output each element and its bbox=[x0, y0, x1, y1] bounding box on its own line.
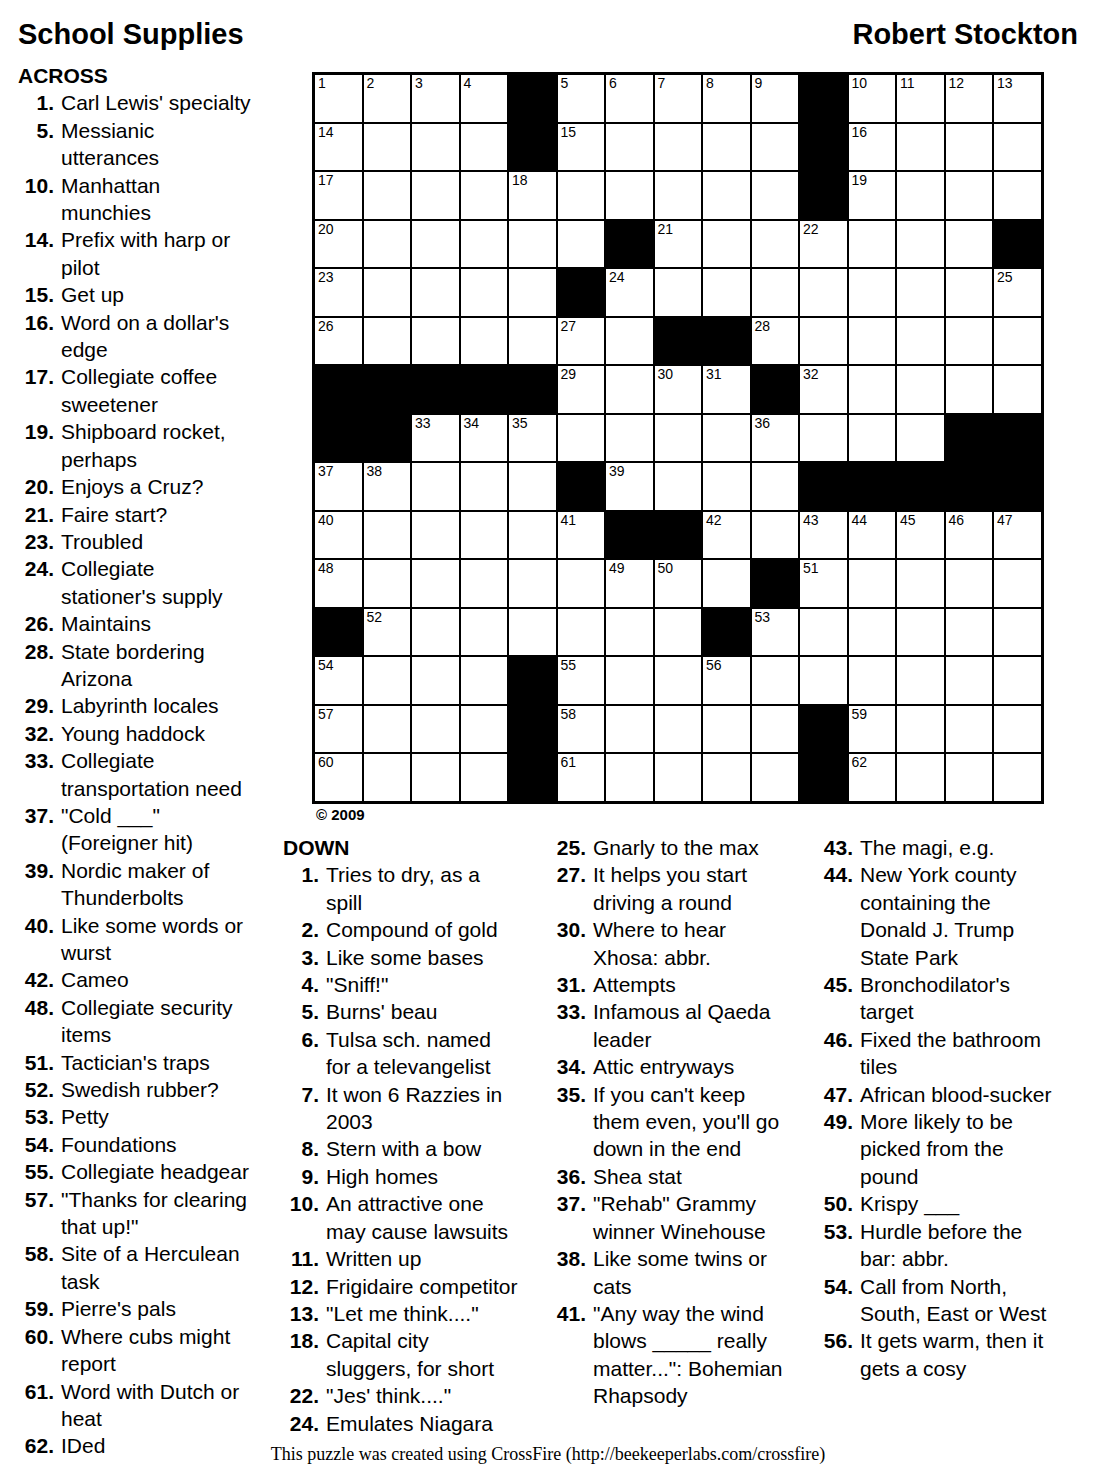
grid-cell[interactable]: 32 bbox=[800, 366, 847, 413]
down-clue-list-3: 43.The magi, e.g.44.New York county cont… bbox=[817, 834, 1095, 1382]
grid-cell[interactable] bbox=[752, 754, 799, 801]
grid-cell[interactable]: 35 bbox=[509, 415, 556, 462]
grid-cell[interactable] bbox=[606, 172, 653, 219]
clue-down-4: 4."Sniff!" bbox=[283, 971, 547, 998]
grid-cell[interactable]: 41 bbox=[558, 512, 605, 559]
grid-cell[interactable]: 9 bbox=[752, 75, 799, 122]
cell-number: 36 bbox=[755, 416, 771, 431]
grid-cell[interactable]: 28 bbox=[752, 318, 799, 365]
clue-across-58: 58.Site of a Herculean task bbox=[18, 1240, 284, 1295]
grid-cell[interactable]: 1 bbox=[315, 75, 362, 122]
crossword-grid: 1234567891011121314151617181920212223242… bbox=[312, 72, 1044, 804]
black-cell bbox=[849, 463, 896, 510]
clue-down-38: 38.Like some twins or cats bbox=[550, 1245, 816, 1300]
clue-number: 14. bbox=[18, 226, 54, 253]
clue-text: Word on a dollar's edge bbox=[61, 309, 229, 364]
grid-cell[interactable] bbox=[946, 657, 993, 704]
grid-cell[interactable] bbox=[897, 366, 944, 413]
grid-cell[interactable] bbox=[655, 124, 702, 171]
grid-cell[interactable] bbox=[703, 415, 750, 462]
clue-text: Foundations bbox=[61, 1131, 177, 1158]
clue-number: 5. bbox=[283, 998, 319, 1025]
down-clue-column-3: 43.The magi, e.g.44.New York county cont… bbox=[817, 834, 1095, 1382]
grid-cell[interactable] bbox=[364, 657, 411, 704]
cell-number: 42 bbox=[706, 513, 722, 528]
grid-cell[interactable] bbox=[703, 124, 750, 171]
grid-cell[interactable] bbox=[364, 560, 411, 607]
grid-cell[interactable] bbox=[897, 415, 944, 462]
clue-down-12: 12.Frigidaire competitor bbox=[283, 1273, 547, 1300]
grid-cell[interactable] bbox=[412, 706, 459, 753]
grid-cell[interactable]: 8 bbox=[703, 75, 750, 122]
grid-cell[interactable] bbox=[752, 463, 799, 510]
grid-cell[interactable]: 10 bbox=[849, 75, 896, 122]
grid-cell[interactable]: 58 bbox=[558, 706, 605, 753]
grid-cell[interactable] bbox=[655, 415, 702, 462]
grid-cell[interactable] bbox=[364, 172, 411, 219]
clue-number: 17. bbox=[18, 363, 54, 390]
clue-text: An attractive one may cause lawsuits bbox=[326, 1190, 508, 1245]
grid-cell[interactable]: 15 bbox=[558, 124, 605, 171]
grid-cell[interactable]: 21 bbox=[655, 221, 702, 268]
grid-cell[interactable]: 46 bbox=[946, 512, 993, 559]
cell-number: 10 bbox=[852, 76, 868, 91]
clue-down-7: 7.It won 6 Razzies in 2003 bbox=[283, 1081, 547, 1136]
grid-cell[interactable] bbox=[994, 706, 1041, 753]
grid-cell[interactable] bbox=[994, 609, 1041, 656]
cell-number: 46 bbox=[949, 513, 965, 528]
grid-cell[interactable]: 11 bbox=[897, 75, 944, 122]
grid-cell[interactable]: 54 bbox=[315, 657, 362, 704]
grid-cell[interactable]: 13 bbox=[994, 75, 1041, 122]
clue-number: 28. bbox=[18, 638, 54, 665]
grid-cell[interactable]: 47 bbox=[994, 512, 1041, 559]
grid-cell[interactable] bbox=[655, 754, 702, 801]
black-cell bbox=[364, 415, 411, 462]
grid-cell[interactable] bbox=[994, 172, 1041, 219]
grid-cell[interactable] bbox=[461, 269, 508, 316]
grid-cell[interactable]: 42 bbox=[703, 512, 750, 559]
clue-number: 37. bbox=[18, 802, 54, 829]
grid-cell[interactable]: 52 bbox=[364, 609, 411, 656]
grid-cell[interactable]: 40 bbox=[315, 512, 362, 559]
clue-text: Written up bbox=[326, 1245, 421, 1272]
clue-across-19: 19.Shipboard rocket, perhaps bbox=[18, 418, 284, 473]
grid-cell[interactable]: 19 bbox=[849, 172, 896, 219]
clue-number: 7. bbox=[283, 1081, 319, 1108]
grid-cell[interactable]: 20 bbox=[315, 221, 362, 268]
grid-cell[interactable]: 33 bbox=[412, 415, 459, 462]
grid-cell[interactable] bbox=[897, 318, 944, 365]
grid-cell[interactable] bbox=[364, 269, 411, 316]
black-cell bbox=[994, 221, 1041, 268]
grid-cell[interactable] bbox=[800, 269, 847, 316]
clue-text: Infamous al Qaeda leader bbox=[593, 998, 770, 1053]
grid-cell[interactable] bbox=[509, 512, 556, 559]
cell-number: 16 bbox=[852, 125, 868, 140]
grid-cell[interactable]: 25 bbox=[994, 269, 1041, 316]
grid-cell[interactable] bbox=[897, 269, 944, 316]
clue-number: 55. bbox=[18, 1158, 54, 1185]
clue-text: Fixed the bathroom tiles bbox=[860, 1026, 1041, 1081]
black-cell bbox=[606, 221, 653, 268]
clue-text: "Cold ___" (Foreigner hit) bbox=[61, 802, 193, 857]
grid-cell[interactable] bbox=[364, 754, 411, 801]
grid-cell[interactable] bbox=[509, 318, 556, 365]
grid-cell[interactable] bbox=[703, 269, 750, 316]
grid-cell[interactable] bbox=[946, 366, 993, 413]
grid-cell[interactable] bbox=[946, 754, 993, 801]
cell-number: 59 bbox=[852, 707, 868, 722]
grid-cell[interactable] bbox=[606, 609, 653, 656]
grid-cell[interactable] bbox=[606, 124, 653, 171]
black-cell bbox=[752, 560, 799, 607]
grid-cell[interactable] bbox=[897, 706, 944, 753]
grid-cell[interactable] bbox=[703, 172, 750, 219]
grid-cell[interactable]: 61 bbox=[558, 754, 605, 801]
grid-cell[interactable]: 44 bbox=[849, 512, 896, 559]
grid-cell[interactable] bbox=[849, 609, 896, 656]
grid-cell[interactable]: 57 bbox=[315, 706, 362, 753]
grid-cell[interactable] bbox=[849, 318, 896, 365]
grid-cell[interactable]: 3 bbox=[412, 75, 459, 122]
grid-cell[interactable]: 2 bbox=[364, 75, 411, 122]
clue-number: 47. bbox=[817, 1081, 853, 1108]
grid-cell[interactable] bbox=[703, 754, 750, 801]
grid-cell[interactable] bbox=[364, 318, 411, 365]
grid-cell[interactable] bbox=[412, 318, 459, 365]
grid-cell[interactable] bbox=[461, 172, 508, 219]
clue-text: Hurdle before the bar: abbr. bbox=[860, 1218, 1022, 1273]
grid-cell[interactable] bbox=[655, 172, 702, 219]
clue-number: 59. bbox=[18, 1295, 54, 1322]
grid-cell[interactable] bbox=[752, 221, 799, 268]
grid-cell[interactable]: 29 bbox=[558, 366, 605, 413]
clue-number: 53. bbox=[817, 1218, 853, 1245]
clue-text: Compound of gold bbox=[326, 916, 498, 943]
clue-across-28: 28.State bordering Arizona bbox=[18, 638, 284, 693]
grid-cell[interactable]: 53 bbox=[752, 609, 799, 656]
grid-cell[interactable] bbox=[800, 657, 847, 704]
grid-cell[interactable] bbox=[994, 754, 1041, 801]
grid-cell[interactable]: 6 bbox=[606, 75, 653, 122]
grid-cell[interactable] bbox=[606, 318, 653, 365]
grid-cell[interactable]: 14 bbox=[315, 124, 362, 171]
grid-cell[interactable] bbox=[558, 172, 605, 219]
grid-cell[interactable] bbox=[703, 560, 750, 607]
black-cell bbox=[412, 366, 459, 413]
grid-cell[interactable] bbox=[606, 754, 653, 801]
grid-cell[interactable] bbox=[412, 221, 459, 268]
grid-cell[interactable] bbox=[946, 560, 993, 607]
grid-cell[interactable] bbox=[897, 172, 944, 219]
grid-cell[interactable]: 50 bbox=[655, 560, 702, 607]
cell-number: 33 bbox=[415, 416, 431, 431]
grid-cell[interactable]: 56 bbox=[703, 657, 750, 704]
clue-down-3: 3.Like some bases bbox=[283, 944, 547, 971]
clue-text: Faire start? bbox=[61, 501, 167, 528]
grid-cell[interactable]: 17 bbox=[315, 172, 362, 219]
grid-cell[interactable] bbox=[994, 657, 1041, 704]
clue-down-31: 31.Attempts bbox=[550, 971, 816, 998]
grid-cell[interactable] bbox=[364, 124, 411, 171]
grid-cell[interactable] bbox=[655, 269, 702, 316]
grid-cell[interactable] bbox=[800, 609, 847, 656]
grid-cell[interactable] bbox=[946, 318, 993, 365]
grid-cell[interactable] bbox=[800, 318, 847, 365]
clue-number: 16. bbox=[18, 309, 54, 336]
clue-number: 19. bbox=[18, 418, 54, 445]
grid-cell[interactable] bbox=[946, 172, 993, 219]
cell-number: 7 bbox=[658, 76, 666, 91]
grid-cell[interactable]: 51 bbox=[800, 560, 847, 607]
grid-cell[interactable] bbox=[461, 657, 508, 704]
cell-number: 54 bbox=[318, 658, 334, 673]
grid-cell[interactable]: 30 bbox=[655, 366, 702, 413]
grid-cell[interactable] bbox=[558, 560, 605, 607]
grid-cell[interactable] bbox=[897, 657, 944, 704]
grid-cell[interactable] bbox=[946, 124, 993, 171]
grid-cell[interactable] bbox=[364, 512, 411, 559]
grid-cell[interactable] bbox=[994, 366, 1041, 413]
grid-cell[interactable]: 60 bbox=[315, 754, 362, 801]
clue-down-43: 43.The magi, e.g. bbox=[817, 834, 1095, 861]
grid-cell[interactable] bbox=[461, 560, 508, 607]
clue-text: "Any way the wind blows _____ really mat… bbox=[593, 1300, 783, 1410]
clue-text: Pierre's pals bbox=[61, 1295, 176, 1322]
clue-number: 11. bbox=[283, 1245, 319, 1272]
grid-cell[interactable] bbox=[461, 463, 508, 510]
grid-cell[interactable] bbox=[509, 609, 556, 656]
grid-cell[interactable] bbox=[946, 221, 993, 268]
clue-across-53: 53.Petty bbox=[18, 1103, 284, 1130]
grid-cell[interactable] bbox=[849, 657, 896, 704]
grid-cell[interactable] bbox=[509, 463, 556, 510]
grid-cell[interactable] bbox=[461, 124, 508, 171]
clue-across-16: 16.Word on a dollar's edge bbox=[18, 309, 284, 364]
grid-cell[interactable] bbox=[752, 512, 799, 559]
clue-text: Shipboard rocket, perhaps bbox=[61, 418, 226, 473]
clue-across-24: 24.Collegiate stationer's supply bbox=[18, 555, 284, 610]
clue-down-33: 33.Infamous al Qaeda leader bbox=[550, 998, 816, 1053]
clue-number: 45. bbox=[817, 971, 853, 998]
grid-cell[interactable] bbox=[412, 269, 459, 316]
page-title: School Supplies bbox=[18, 18, 244, 51]
clue-down-1: 1.Tries to dry, as a spill bbox=[283, 861, 547, 916]
grid-cell[interactable] bbox=[994, 318, 1041, 365]
clue-text: Emulates Niagara bbox=[326, 1410, 493, 1437]
clue-text: Collegiate stationer's supply bbox=[61, 555, 223, 610]
grid-cell[interactable] bbox=[703, 706, 750, 753]
grid-cell[interactable]: 4 bbox=[461, 75, 508, 122]
cell-number: 29 bbox=[561, 367, 577, 382]
black-cell bbox=[558, 463, 605, 510]
grid-cell[interactable] bbox=[897, 124, 944, 171]
clue-number: 51. bbox=[18, 1049, 54, 1076]
grid-cell[interactable] bbox=[752, 172, 799, 219]
grid-cell[interactable]: 24 bbox=[606, 269, 653, 316]
clue-across-59: 59.Pierre's pals bbox=[18, 1295, 284, 1322]
cell-number: 3 bbox=[415, 76, 423, 91]
clue-number: 39. bbox=[18, 857, 54, 884]
clue-text: It gets warm, then it gets a cosy bbox=[860, 1327, 1043, 1382]
clue-down-13: 13."Let me think...." bbox=[283, 1300, 547, 1327]
grid-cell[interactable] bbox=[752, 706, 799, 753]
clue-number: 38. bbox=[550, 1245, 586, 1272]
clue-number: 50. bbox=[817, 1190, 853, 1217]
grid-cell[interactable] bbox=[655, 706, 702, 753]
grid-cell[interactable] bbox=[655, 609, 702, 656]
grid-cell[interactable] bbox=[849, 269, 896, 316]
cell-number: 15 bbox=[561, 125, 577, 140]
black-cell bbox=[364, 366, 411, 413]
cell-number: 35 bbox=[512, 416, 528, 431]
clue-text: Messianic utterances bbox=[61, 117, 159, 172]
grid-cell[interactable]: 22 bbox=[800, 221, 847, 268]
grid-cell[interactable]: 7 bbox=[655, 75, 702, 122]
clue-text: Like some words or wurst bbox=[61, 912, 243, 967]
grid-cell[interactable] bbox=[946, 609, 993, 656]
grid-cell[interactable] bbox=[752, 269, 799, 316]
grid-cell[interactable] bbox=[461, 706, 508, 753]
grid-cell[interactable]: 38 bbox=[364, 463, 411, 510]
grid-cell[interactable] bbox=[800, 415, 847, 462]
clue-text: It helps you start driving a round bbox=[593, 861, 747, 916]
grid-cell[interactable]: 39 bbox=[606, 463, 653, 510]
cell-number: 62 bbox=[852, 755, 868, 770]
grid-cell[interactable] bbox=[461, 318, 508, 365]
clue-down-49: 49.More likely to be picked from the pou… bbox=[817, 1108, 1095, 1190]
clue-down-30: 30.Where to hear Xhosa: abbr. bbox=[550, 916, 816, 971]
grid-cell[interactable] bbox=[606, 415, 653, 462]
clue-across-54: 54.Foundations bbox=[18, 1131, 284, 1158]
grid-cell[interactable] bbox=[897, 560, 944, 607]
clue-number: 6. bbox=[283, 1026, 319, 1053]
cell-number: 27 bbox=[561, 319, 577, 334]
grid-cell[interactable]: 12 bbox=[946, 75, 993, 122]
grid-cell[interactable] bbox=[703, 221, 750, 268]
grid-cell[interactable] bbox=[897, 609, 944, 656]
grid-cell[interactable] bbox=[897, 754, 944, 801]
grid-cell[interactable] bbox=[509, 221, 556, 268]
grid-cell[interactable]: 18 bbox=[509, 172, 556, 219]
grid-cell[interactable]: 49 bbox=[606, 560, 653, 607]
grid-cell[interactable] bbox=[412, 754, 459, 801]
clue-text: Frigidaire competitor bbox=[326, 1273, 517, 1300]
clue-down-25: 25.Gnarly to the max bbox=[550, 834, 816, 861]
grid-cell[interactable]: 26 bbox=[315, 318, 362, 365]
grid-cell[interactable] bbox=[509, 560, 556, 607]
grid-cell[interactable] bbox=[412, 609, 459, 656]
clue-down-37: 37."Rehab" Grammy winner Winehouse bbox=[550, 1190, 816, 1245]
grid-cell[interactable]: 5 bbox=[558, 75, 605, 122]
black-cell bbox=[800, 172, 847, 219]
grid-cell[interactable] bbox=[364, 221, 411, 268]
grid-cell[interactable]: 55 bbox=[558, 657, 605, 704]
grid-cell[interactable] bbox=[461, 609, 508, 656]
clue-down-27: 27.It helps you start driving a round bbox=[550, 861, 816, 916]
grid-cell[interactable] bbox=[558, 221, 605, 268]
clue-down-24: 24.Emulates Niagara bbox=[283, 1410, 547, 1437]
grid-cell[interactable] bbox=[461, 221, 508, 268]
cell-number: 12 bbox=[949, 76, 965, 91]
grid-cell[interactable]: 16 bbox=[849, 124, 896, 171]
cell-number: 28 bbox=[755, 319, 771, 334]
grid-cell[interactable]: 43 bbox=[800, 512, 847, 559]
black-cell bbox=[655, 318, 702, 365]
grid-cell[interactable] bbox=[752, 657, 799, 704]
grid-cell[interactable] bbox=[461, 512, 508, 559]
grid-cell[interactable] bbox=[752, 124, 799, 171]
grid-cell[interactable] bbox=[412, 657, 459, 704]
grid-cell[interactable] bbox=[994, 124, 1041, 171]
grid-cell[interactable] bbox=[849, 366, 896, 413]
grid-cell[interactable] bbox=[849, 415, 896, 462]
grid-cell[interactable]: 31 bbox=[703, 366, 750, 413]
grid-cell[interactable]: 59 bbox=[849, 706, 896, 753]
grid-cell[interactable] bbox=[849, 221, 896, 268]
grid-cell[interactable]: 48 bbox=[315, 560, 362, 607]
grid-cell[interactable] bbox=[946, 269, 993, 316]
grid-cell[interactable]: 45 bbox=[897, 512, 944, 559]
grid-cell[interactable] bbox=[412, 512, 459, 559]
grid-cell[interactable]: 62 bbox=[849, 754, 896, 801]
grid-cell[interactable] bbox=[606, 657, 653, 704]
cell-number: 11 bbox=[900, 76, 915, 91]
grid-cell[interactable] bbox=[509, 269, 556, 316]
grid-cell[interactable] bbox=[364, 706, 411, 753]
grid-cell[interactable]: 27 bbox=[558, 318, 605, 365]
grid-cell[interactable] bbox=[655, 463, 702, 510]
cell-number: 31 bbox=[706, 367, 722, 382]
black-cell bbox=[946, 463, 993, 510]
grid-cell[interactable] bbox=[703, 463, 750, 510]
cell-number: 26 bbox=[318, 319, 334, 334]
grid-cell[interactable] bbox=[412, 463, 459, 510]
grid-cell[interactable] bbox=[412, 172, 459, 219]
clue-number: 33. bbox=[550, 998, 586, 1025]
grid-cell[interactable] bbox=[558, 415, 605, 462]
grid-cell[interactable]: 34 bbox=[461, 415, 508, 462]
grid-cell[interactable] bbox=[412, 560, 459, 607]
clue-number: 26. bbox=[18, 610, 54, 637]
grid-cell[interactable]: 37 bbox=[315, 463, 362, 510]
clue-number: 54. bbox=[817, 1273, 853, 1300]
cell-number: 49 bbox=[609, 561, 625, 576]
clue-number: 30. bbox=[550, 916, 586, 943]
grid-cell[interactable] bbox=[412, 124, 459, 171]
grid-cell[interactable] bbox=[461, 754, 508, 801]
grid-cell[interactable] bbox=[655, 657, 702, 704]
cell-number: 51 bbox=[803, 561, 819, 576]
grid-cell[interactable] bbox=[606, 366, 653, 413]
clue-text: Capital city sluggers, for short bbox=[326, 1327, 494, 1382]
grid-cell[interactable] bbox=[606, 706, 653, 753]
grid-cell[interactable] bbox=[946, 706, 993, 753]
grid-cell[interactable] bbox=[994, 560, 1041, 607]
grid-cell[interactable] bbox=[897, 221, 944, 268]
clue-text: More likely to be picked from the pound bbox=[860, 1108, 1013, 1190]
grid-cell[interactable] bbox=[558, 609, 605, 656]
grid-cell[interactable]: 36 bbox=[752, 415, 799, 462]
clue-number: 18. bbox=[283, 1327, 319, 1354]
cell-number: 14 bbox=[318, 125, 334, 140]
clue-across-52: 52.Swedish rubber? bbox=[18, 1076, 284, 1103]
cell-number: 22 bbox=[803, 222, 819, 237]
cell-number: 21 bbox=[658, 222, 674, 237]
grid-cell[interactable] bbox=[849, 560, 896, 607]
grid-cell[interactable]: 23 bbox=[315, 269, 362, 316]
